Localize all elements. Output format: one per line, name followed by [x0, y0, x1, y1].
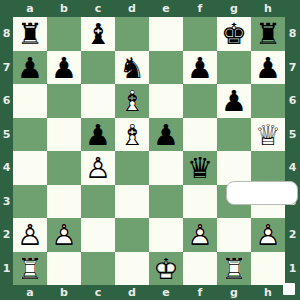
bishop-icon: ♝: [81, 17, 115, 51]
rank-label-4: 4: [285, 151, 300, 185]
corner-badge: [283, 283, 295, 295]
square-c4[interactable]: ♟♙: [81, 151, 115, 185]
black-pawn[interactable]: ♟: [183, 51, 217, 85]
file-label-b: b: [47, 0, 81, 17]
square-e6[interactable]: [149, 84, 183, 118]
square-f3[interactable]: [183, 185, 217, 219]
file-label-d: d: [115, 285, 149, 300]
square-c7[interactable]: [81, 51, 115, 85]
square-h6[interactable]: [251, 84, 285, 118]
square-d7[interactable]: ♞: [115, 51, 149, 85]
pawn-outline-icon: ♙: [13, 218, 47, 252]
file-label-g: g: [217, 0, 251, 17]
white-pawn[interactable]: ♟♙: [251, 218, 285, 252]
rank-label-3: 3: [0, 185, 13, 219]
chess-board-widget: abcdefgh abcdefgh 87654321 87654321 ♜♝♚♜…: [0, 0, 300, 300]
square-c1[interactable]: [81, 252, 115, 286]
black-rook[interactable]: ♜: [13, 17, 47, 51]
square-e5[interactable]: ♟: [149, 118, 183, 152]
square-a3[interactable]: [13, 185, 47, 219]
square-g1[interactable]: ♜♖: [217, 252, 251, 286]
square-a7[interactable]: ♟: [13, 51, 47, 85]
rank-label-8: 8: [0, 17, 13, 51]
white-bishop[interactable]: ♝♗: [115, 84, 149, 118]
square-b7[interactable]: ♟: [47, 51, 81, 85]
queen-icon: ♛: [183, 151, 217, 185]
square-d8[interactable]: [115, 17, 149, 51]
square-d1[interactable]: [115, 252, 149, 286]
square-d4[interactable]: [115, 151, 149, 185]
black-queen[interactable]: ♛: [183, 151, 217, 185]
square-e2[interactable]: [149, 218, 183, 252]
rook-outline-icon: ♖: [217, 252, 251, 286]
white-pawn[interactable]: ♟♙: [183, 218, 217, 252]
bishop-outline-icon: ♗: [115, 118, 149, 152]
square-a6[interactable]: [13, 84, 47, 118]
square-h8[interactable]: ♜: [251, 17, 285, 51]
square-f2[interactable]: ♟♙: [183, 218, 217, 252]
square-h1[interactable]: [251, 252, 285, 286]
rank-labels-right: 87654321: [285, 17, 300, 285]
file-label-b: b: [47, 285, 81, 300]
pawn-icon: ♟: [183, 51, 217, 85]
file-label-a: a: [13, 285, 47, 300]
square-h2[interactable]: ♟♙: [251, 218, 285, 252]
rank-label-6: 6: [0, 84, 13, 118]
black-rook[interactable]: ♜: [251, 17, 285, 51]
rank-label-2: 2: [285, 218, 300, 252]
file-label-e: e: [149, 285, 183, 300]
square-a8[interactable]: ♜: [13, 17, 47, 51]
file-label-f: f: [183, 0, 217, 17]
file-label-c: c: [81, 285, 115, 300]
square-a4[interactable]: [13, 151, 47, 185]
file-label-h: h: [251, 285, 285, 300]
square-f5[interactable]: [183, 118, 217, 152]
file-labels-top: abcdefgh: [13, 0, 285, 17]
rank-label-5: 5: [0, 118, 13, 152]
white-queen[interactable]: ♛♕: [251, 118, 285, 152]
square-c6[interactable]: [81, 84, 115, 118]
rank-label-8: 8: [285, 17, 300, 51]
tooltip-popup: [226, 181, 298, 205]
file-label-c: c: [81, 0, 115, 17]
square-e8[interactable]: [149, 17, 183, 51]
square-f4[interactable]: ♛: [183, 151, 217, 185]
white-bishop[interactable]: ♝♗: [115, 118, 149, 152]
white-rook[interactable]: ♜♖: [217, 252, 251, 286]
square-g8[interactable]: ♚: [217, 17, 251, 51]
file-label-h: h: [251, 0, 285, 17]
black-bishop[interactable]: ♝: [81, 17, 115, 51]
square-f7[interactable]: ♟: [183, 51, 217, 85]
rank-label-1: 1: [285, 252, 300, 286]
square-d6[interactable]: ♝♗: [115, 84, 149, 118]
pawn-outline-icon: ♙: [251, 218, 285, 252]
rook-icon: ♜: [251, 17, 285, 51]
square-b5[interactable]: [47, 118, 81, 152]
square-f1[interactable]: [183, 252, 217, 286]
file-label-e: e: [149, 0, 183, 17]
pawn-icon: ♟: [217, 84, 251, 118]
pawn-icon: ♟: [81, 118, 115, 152]
black-pawn[interactable]: ♟: [217, 84, 251, 118]
file-label-d: d: [115, 0, 149, 17]
square-a2[interactable]: ♟♙: [13, 218, 47, 252]
chess-board: ♜♝♚♜♟♟♞♟♟♝♗♟♟♝♗♟♛♕♟♙♛♟♙♟♙♟♙♟♙♜♖♚♔♜♖: [13, 17, 285, 285]
square-a5[interactable]: [13, 118, 47, 152]
king-outline-icon: ♔: [149, 252, 183, 286]
square-h4[interactable]: [251, 151, 285, 185]
white-pawn[interactable]: ♟♙: [81, 151, 115, 185]
square-g4[interactable]: [217, 151, 251, 185]
bishop-outline-icon: ♗: [115, 84, 149, 118]
square-e7[interactable]: [149, 51, 183, 85]
square-b4[interactable]: [47, 151, 81, 185]
square-g7[interactable]: [217, 51, 251, 85]
king-icon: ♚: [217, 17, 251, 51]
rank-label-7: 7: [285, 51, 300, 85]
black-pawn[interactable]: ♟: [81, 118, 115, 152]
square-g2[interactable]: [217, 218, 251, 252]
rank-label-2: 2: [0, 218, 13, 252]
rank-label-5: 5: [285, 118, 300, 152]
queen-outline-icon: ♕: [251, 118, 285, 152]
square-c5[interactable]: ♟: [81, 118, 115, 152]
rank-label-1: 1: [0, 252, 13, 286]
file-label-g: g: [217, 285, 251, 300]
square-c8[interactable]: ♝: [81, 17, 115, 51]
white-rook[interactable]: ♜♖: [13, 252, 47, 286]
pawn-outline-icon: ♙: [183, 218, 217, 252]
rook-outline-icon: ♖: [13, 252, 47, 286]
square-h5[interactable]: ♛♕: [251, 118, 285, 152]
square-e3[interactable]: [149, 185, 183, 219]
pawn-outline-icon: ♙: [81, 151, 115, 185]
square-c3[interactable]: [81, 185, 115, 219]
square-g6[interactable]: ♟: [217, 84, 251, 118]
black-knight[interactable]: ♞: [115, 51, 149, 85]
file-label-f: f: [183, 285, 217, 300]
black-king[interactable]: ♚: [217, 17, 251, 51]
square-e1[interactable]: ♚♔: [149, 252, 183, 286]
white-king[interactable]: ♚♔: [149, 252, 183, 286]
black-pawn[interactable]: ♟: [149, 118, 183, 152]
square-f6[interactable]: [183, 84, 217, 118]
pawn-outline-icon: ♙: [47, 218, 81, 252]
rank-label-7: 7: [0, 51, 13, 85]
rank-label-6: 6: [285, 84, 300, 118]
rook-icon: ♜: [13, 17, 47, 51]
square-c2[interactable]: [81, 218, 115, 252]
square-b3[interactable]: [47, 185, 81, 219]
black-pawn[interactable]: ♟: [47, 51, 81, 85]
square-a1[interactable]: ♜♖: [13, 252, 47, 286]
file-label-a: a: [13, 0, 47, 17]
rank-label-4: 4: [0, 151, 13, 185]
pawn-icon: ♟: [149, 118, 183, 152]
pawn-icon: ♟: [13, 51, 47, 85]
square-g5[interactable]: [217, 118, 251, 152]
white-pawn[interactable]: ♟♙: [13, 218, 47, 252]
square-b8[interactable]: [47, 17, 81, 51]
square-e4[interactable]: [149, 151, 183, 185]
square-f8[interactable]: [183, 17, 217, 51]
square-h7[interactable]: ♟: [251, 51, 285, 85]
square-d5[interactable]: ♝♗: [115, 118, 149, 152]
square-b1[interactable]: [47, 252, 81, 286]
black-pawn[interactable]: ♟: [13, 51, 47, 85]
black-pawn[interactable]: ♟: [251, 51, 285, 85]
rank-labels-left: 87654321: [0, 17, 13, 285]
knight-icon: ♞: [115, 51, 149, 85]
square-d2[interactable]: [115, 218, 149, 252]
pawn-icon: ♟: [251, 51, 285, 85]
pawn-icon: ♟: [47, 51, 81, 85]
square-b6[interactable]: [47, 84, 81, 118]
square-d3[interactable]: [115, 185, 149, 219]
white-pawn[interactable]: ♟♙: [47, 218, 81, 252]
file-labels-bottom: abcdefgh: [13, 285, 285, 300]
square-b2[interactable]: ♟♙: [47, 218, 81, 252]
